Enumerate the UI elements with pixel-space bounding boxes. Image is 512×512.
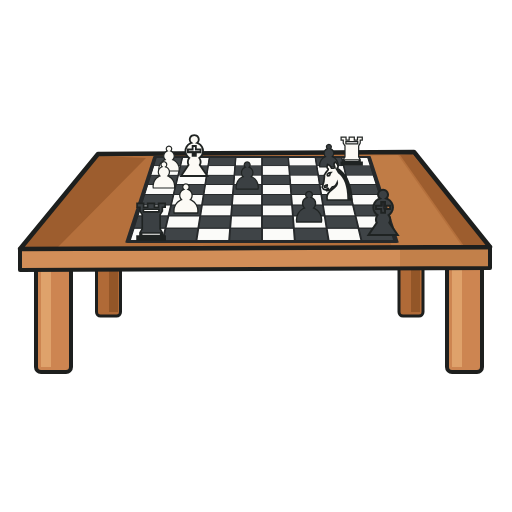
square-g8: [316, 158, 343, 166]
square-h2: [356, 217, 389, 228]
square-f7: [290, 166, 317, 174]
chessboard: [125, 156, 399, 243]
square-d3: [232, 205, 261, 215]
square-f4: [292, 195, 321, 204]
square-g7: [317, 166, 344, 174]
square-a8: [154, 158, 181, 166]
square-h6: [347, 175, 376, 184]
square-h5: [349, 185, 379, 194]
square-f2: [294, 217, 325, 228]
square-c4: [203, 195, 232, 204]
square-a3: [139, 205, 171, 215]
square-e4: [263, 195, 291, 204]
square-c8: [209, 158, 235, 166]
square-g5: [320, 185, 349, 194]
square-a2: [135, 217, 168, 228]
square-g2: [325, 217, 357, 228]
square-b1: [164, 228, 197, 239]
square-h1: [359, 228, 393, 239]
square-a7: [152, 166, 180, 174]
square-b2: [167, 217, 199, 228]
square-a5: [145, 185, 175, 194]
square-e7: [263, 166, 289, 174]
square-c7: [207, 166, 234, 174]
square-d8: [236, 158, 262, 166]
square-a6: [149, 175, 178, 184]
square-b7: [179, 166, 206, 174]
square-f1: [295, 228, 327, 239]
square-b3: [170, 205, 201, 215]
square-f3: [293, 205, 323, 215]
chessboard-3d-wrapper: [125, 156, 399, 243]
square-e3: [263, 205, 292, 215]
square-f8: [289, 158, 315, 166]
square-c3: [201, 205, 231, 215]
square-h3: [354, 205, 386, 215]
chess-table-illustration: ♜♟♟♝♟♟♞♟♟♝♜: [0, 0, 512, 512]
square-c1: [197, 228, 229, 239]
square-e8: [263, 158, 289, 166]
square-c2: [199, 217, 230, 228]
square-f5: [292, 185, 320, 194]
square-d7: [235, 166, 261, 174]
square-c5: [204, 185, 232, 194]
square-g4: [322, 195, 352, 204]
square-a4: [142, 195, 173, 204]
table-apron-right-shade: [400, 247, 490, 269]
square-d5: [234, 185, 262, 194]
square-e5: [263, 185, 291, 194]
square-h4: [351, 195, 382, 204]
square-b4: [172, 195, 202, 204]
square-e1: [263, 228, 294, 239]
square-g1: [327, 228, 360, 239]
square-b5: [175, 185, 204, 194]
square-b6: [177, 175, 205, 184]
wooden-table: [0, 0, 512, 512]
square-f6: [291, 175, 319, 184]
square-h7: [344, 166, 372, 174]
square-d4: [233, 195, 261, 204]
square-g3: [323, 205, 354, 215]
square-a1: [131, 228, 165, 239]
square-d2: [231, 217, 261, 228]
square-e6: [263, 175, 290, 184]
square-d6: [234, 175, 261, 184]
square-c6: [206, 175, 234, 184]
square-d1: [230, 228, 261, 239]
square-g6: [319, 175, 347, 184]
square-e2: [263, 217, 293, 228]
square-b8: [181, 158, 208, 166]
square-h8: [342, 158, 369, 166]
